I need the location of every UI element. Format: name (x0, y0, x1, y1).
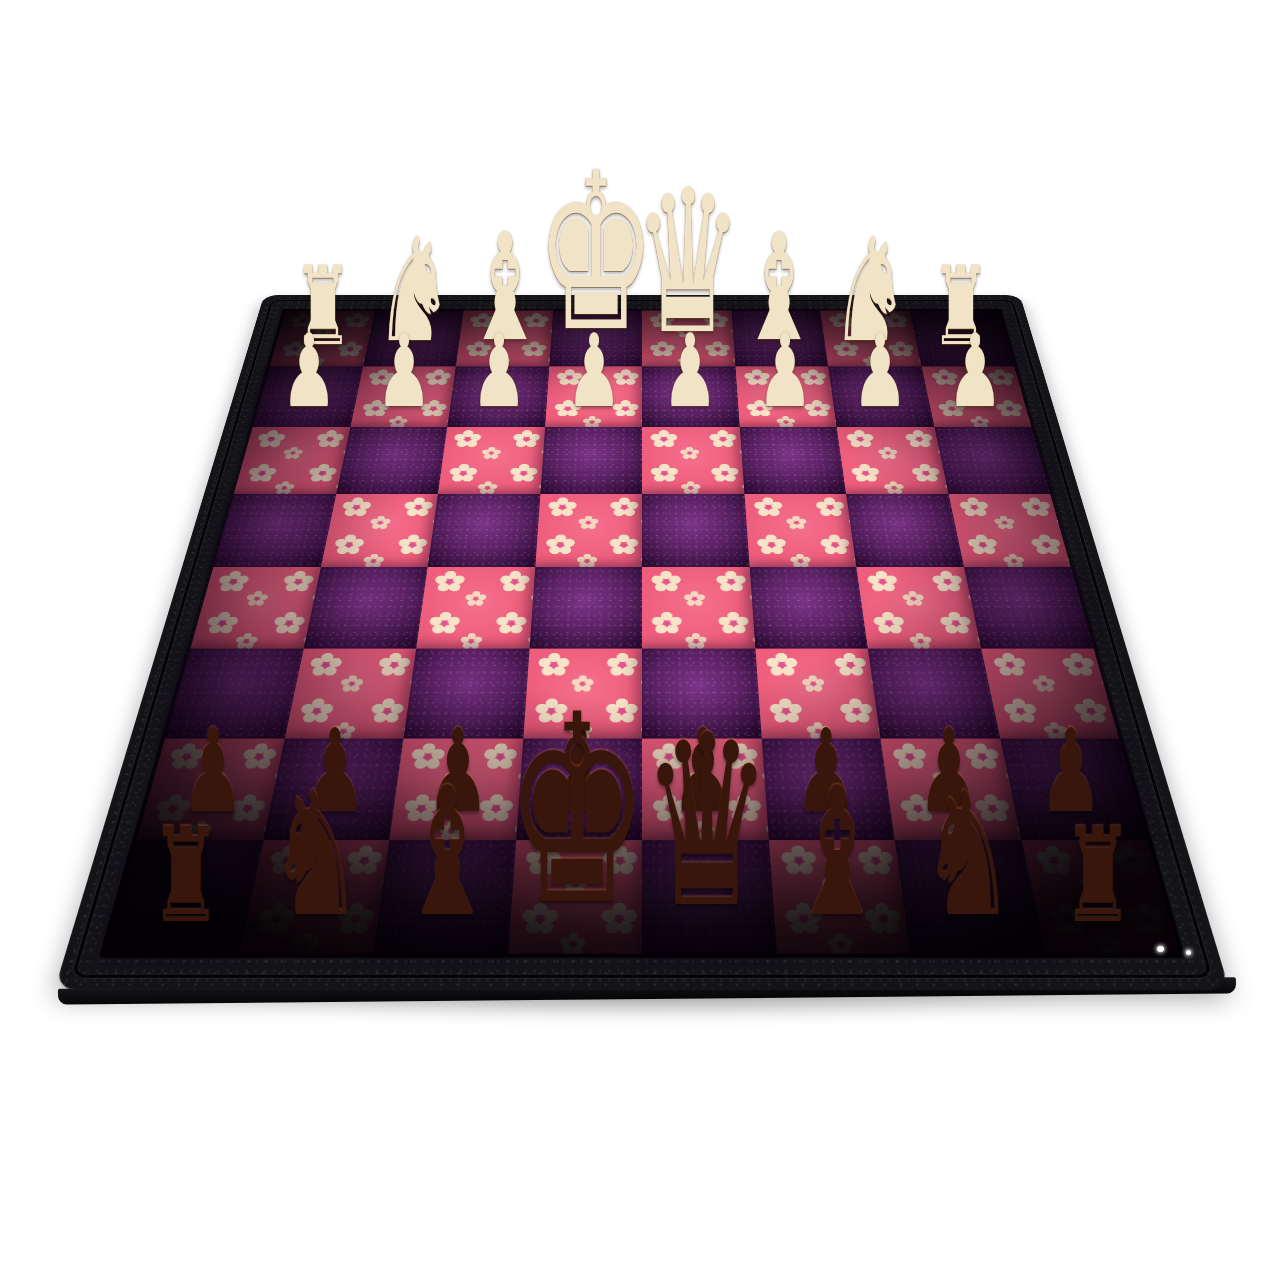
square-h6 (165, 648, 303, 738)
square-c2 (735, 366, 837, 427)
square-b2 (828, 366, 934, 427)
square-e8 (508, 840, 642, 954)
square-h1 (270, 310, 375, 366)
square-f5 (416, 567, 535, 648)
square-e7 (516, 739, 642, 840)
square-f3 (438, 427, 545, 494)
square-a1 (909, 310, 1014, 366)
square-f6 (404, 648, 530, 738)
square-a5 (964, 567, 1094, 648)
square-b8 (895, 840, 1045, 954)
chess-photo-scene: ♜♞♝♛♚♝♞♜♟♟♟♟♟♟♟♟♟♟♟♟♟♟♟♟♜♞♝♛♚♝♞♜ (0, 0, 1280, 1280)
square-e6 (523, 648, 642, 738)
square-b6 (868, 648, 1000, 738)
square-d8 (642, 840, 776, 954)
square-e4 (535, 494, 642, 567)
square-d6 (642, 648, 761, 738)
square-g8 (239, 840, 389, 954)
board-border (54, 295, 1229, 990)
square-d7 (642, 739, 768, 840)
square-h3 (234, 427, 350, 494)
square-e2 (545, 366, 642, 427)
square-h5 (190, 567, 320, 648)
square-c7 (761, 739, 894, 840)
glitter-speck (1157, 946, 1164, 952)
square-h2 (253, 366, 363, 427)
square-b5 (856, 567, 980, 648)
square-d3 (642, 427, 744, 494)
glitter-speck (1186, 950, 1191, 955)
board-grid (105, 310, 1180, 953)
square-b7 (880, 739, 1021, 840)
square-b1 (820, 310, 921, 366)
square-g3 (336, 427, 447, 494)
square-g6 (284, 648, 416, 738)
square-f1 (456, 310, 553, 366)
square-b4 (846, 494, 964, 567)
square-a3 (934, 427, 1050, 494)
square-c4 (744, 494, 856, 567)
square-c1 (731, 310, 828, 366)
square-d1 (642, 310, 735, 366)
square-g1 (363, 310, 464, 366)
square-c6 (755, 648, 881, 738)
square-d5 (642, 567, 755, 648)
square-e5 (529, 567, 642, 648)
square-e1 (549, 310, 642, 366)
square-a2 (921, 366, 1031, 427)
square-g4 (320, 494, 438, 567)
square-f8 (373, 840, 515, 954)
square-a4 (948, 494, 1071, 567)
square-c8 (768, 840, 910, 954)
square-g2 (350, 366, 456, 427)
chess-board (54, 295, 1229, 990)
square-d4 (642, 494, 749, 567)
square-e3 (540, 427, 642, 494)
square-c5 (749, 567, 868, 648)
square-g5 (303, 567, 427, 648)
square-g7 (263, 739, 404, 840)
square-d2 (642, 366, 739, 427)
square-h4 (213, 494, 336, 567)
square-c3 (739, 427, 846, 494)
square-f2 (447, 366, 549, 427)
square-f7 (389, 739, 522, 840)
square-b3 (837, 427, 948, 494)
square-f4 (428, 494, 540, 567)
